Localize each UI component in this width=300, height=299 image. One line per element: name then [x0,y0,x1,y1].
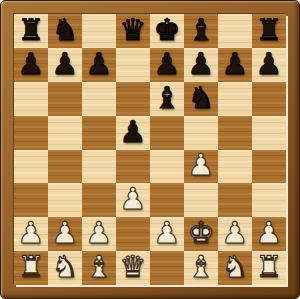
square-g7[interactable]: ♟ [218,48,252,82]
square-d7[interactable] [116,48,150,82]
piece-white-pawn: ♟ [52,218,79,248]
piece-black-pawn: ♟ [52,49,79,79]
piece-black-pawn: ♟ [188,49,215,79]
piece-white-king: ♚ [188,218,215,248]
piece-white-pawn: ♟ [154,218,181,248]
piece-black-pawn: ♟ [18,49,45,79]
square-f6[interactable]: ♞ [184,82,218,116]
piece-white-knight: ♞ [52,252,79,282]
piece-black-bishop: ♝ [188,15,215,45]
piece-black-pawn: ♟ [120,117,147,147]
piece-white-pawn: ♟ [256,218,283,248]
square-f5[interactable] [184,116,218,150]
square-e2[interactable]: ♟ [150,217,184,251]
square-g6[interactable] [218,82,252,116]
piece-white-queen: ♛ [120,252,147,282]
square-e3[interactable] [150,183,184,217]
square-d1[interactable]: ♛ [116,251,150,285]
chess-board-frame: ♜♞♛♚♝♜♟♟♟♟♟♟♟♝♞♟♟♟♟♟♟♟♚♟♟♜♞♝♛♝♞♜ [0,0,300,299]
square-e4[interactable] [150,150,184,184]
square-a7[interactable]: ♟ [14,48,48,82]
square-a8[interactable]: ♜ [14,14,48,48]
square-e8[interactable]: ♚ [150,14,184,48]
square-c7[interactable]: ♟ [82,48,116,82]
square-d8[interactable]: ♛ [116,14,150,48]
square-d5[interactable]: ♟ [116,116,150,150]
square-f4[interactable]: ♟ [184,150,218,184]
square-c2[interactable]: ♟ [82,217,116,251]
piece-white-pawn: ♟ [188,150,215,180]
square-h6[interactable] [252,82,286,116]
piece-black-bishop: ♝ [154,83,181,113]
square-d6[interactable] [116,82,150,116]
square-a6[interactable] [14,82,48,116]
square-c4[interactable] [82,150,116,184]
square-g4[interactable] [218,150,252,184]
square-b1[interactable]: ♞ [48,251,82,285]
piece-white-pawn: ♟ [222,218,249,248]
piece-black-rook: ♜ [18,15,45,45]
square-b3[interactable] [48,183,82,217]
square-a4[interactable] [14,150,48,184]
square-b7[interactable]: ♟ [48,48,82,82]
piece-black-pawn: ♟ [222,49,249,79]
piece-black-pawn: ♟ [256,49,283,79]
square-d3[interactable]: ♟ [116,183,150,217]
square-h2[interactable]: ♟ [252,217,286,251]
piece-black-knight: ♞ [52,15,79,45]
piece-black-king: ♚ [154,15,181,45]
square-h8[interactable]: ♜ [252,14,286,48]
piece-white-pawn: ♟ [86,218,113,248]
square-h3[interactable] [252,183,286,217]
chess-board: ♜♞♛♚♝♜♟♟♟♟♟♟♟♝♞♟♟♟♟♟♟♟♚♟♟♜♞♝♛♝♞♜ [14,14,286,285]
square-e6[interactable]: ♝ [150,82,184,116]
square-g3[interactable] [218,183,252,217]
square-f8[interactable]: ♝ [184,14,218,48]
square-e5[interactable] [150,116,184,150]
square-f1[interactable]: ♝ [184,251,218,285]
square-b8[interactable]: ♞ [48,14,82,48]
square-e1[interactable] [150,251,184,285]
square-c6[interactable] [82,82,116,116]
square-g5[interactable] [218,116,252,150]
piece-white-rook: ♜ [18,252,45,282]
piece-black-rook: ♜ [256,15,283,45]
piece-white-pawn: ♟ [18,218,45,248]
square-a5[interactable] [14,116,48,150]
piece-black-pawn: ♟ [86,49,113,79]
piece-black-pawn: ♟ [154,49,181,79]
square-b6[interactable] [48,82,82,116]
square-e7[interactable]: ♟ [150,48,184,82]
square-h5[interactable] [252,116,286,150]
square-b5[interactable] [48,116,82,150]
piece-white-bishop: ♝ [86,252,113,282]
square-c5[interactable] [82,116,116,150]
square-f7[interactable]: ♟ [184,48,218,82]
square-a2[interactable]: ♟ [14,217,48,251]
square-c3[interactable] [82,183,116,217]
square-d4[interactable] [116,150,150,184]
square-b2[interactable]: ♟ [48,217,82,251]
square-c1[interactable]: ♝ [82,251,116,285]
square-f3[interactable] [184,183,218,217]
piece-black-queen: ♛ [120,15,147,45]
square-g8[interactable] [218,14,252,48]
square-f2[interactable]: ♚ [184,217,218,251]
square-a1[interactable]: ♜ [14,251,48,285]
square-h4[interactable] [252,150,286,184]
square-g1[interactable]: ♞ [218,251,252,285]
piece-white-knight: ♞ [222,252,249,282]
square-h7[interactable]: ♟ [252,48,286,82]
square-c8[interactable] [82,14,116,48]
square-d2[interactable] [116,217,150,251]
square-a3[interactable] [14,183,48,217]
piece-white-rook: ♜ [256,252,283,282]
square-b4[interactable] [48,150,82,184]
piece-black-knight: ♞ [188,83,215,113]
piece-white-bishop: ♝ [188,252,215,282]
piece-white-pawn: ♟ [120,184,147,214]
square-g2[interactable]: ♟ [218,217,252,251]
square-h1[interactable]: ♜ [252,251,286,285]
